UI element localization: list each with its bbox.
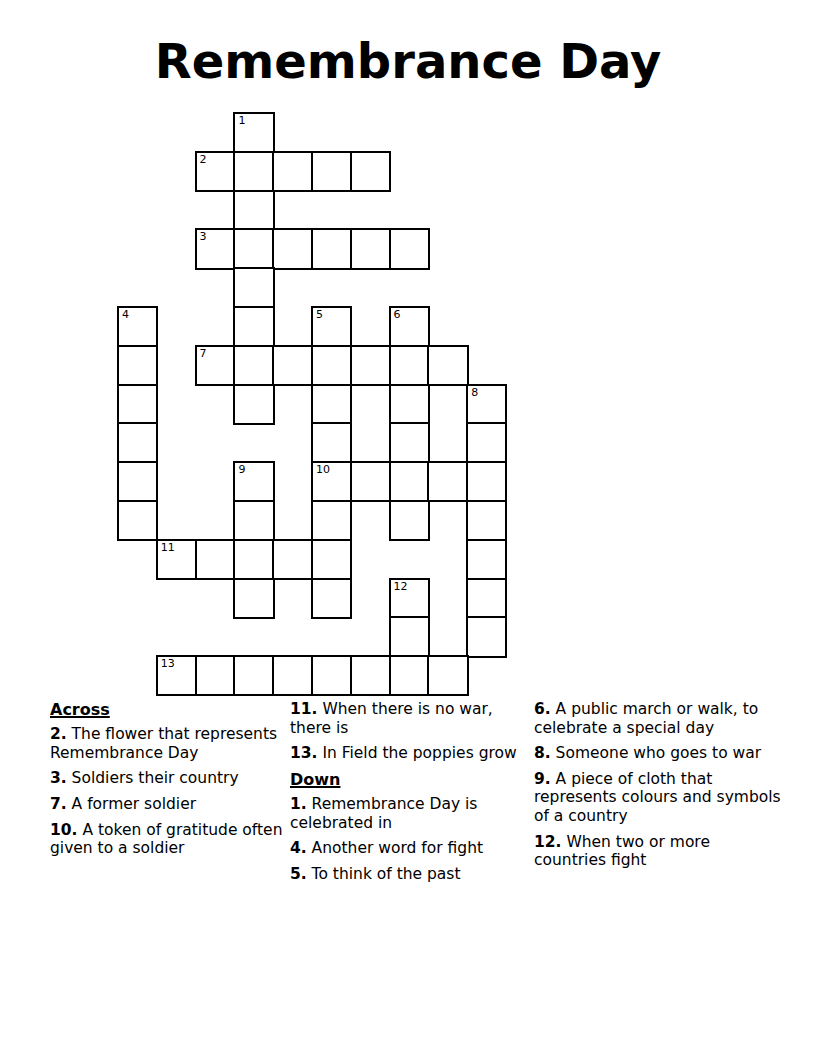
- clue-number-label: 7.: [50, 795, 67, 813]
- clue-2: 2. The flower that represents Remembranc…: [50, 725, 286, 762]
- clue-3: 3. Soldiers their country: [50, 769, 286, 788]
- clue-number-label: 12.: [534, 833, 561, 851]
- clue-column-1: Across2. The flower that represents Reme…: [50, 700, 286, 865]
- clue-column-2: 11. When there is no war, there is13. In…: [290, 700, 530, 890]
- clue-11: 11. When there is no war, there is: [290, 700, 530, 737]
- clue-8: 8. Someone who goes to war: [534, 744, 784, 763]
- clue-4: 4. Another word for fight: [290, 839, 530, 858]
- clues-header-across: Across: [50, 700, 286, 719]
- clue-number-label: 5.: [290, 865, 307, 883]
- clue-12: 12. When two or more countries fight: [534, 833, 784, 870]
- clues-header-down: Down: [290, 770, 530, 789]
- clue-number-label: 8.: [534, 744, 551, 762]
- clue-6: 6. A public march or walk, to celebrate …: [534, 700, 784, 737]
- clue-9: 9. A piece of cloth that represents colo…: [534, 770, 784, 826]
- clue-number-label: 6.: [534, 700, 551, 718]
- clue-5: 5. To think of the past: [290, 865, 530, 884]
- clue-10: 10. A token of gratitude often given to …: [50, 821, 286, 858]
- clues-section: Across2. The flower that represents Reme…: [0, 0, 816, 1056]
- clue-number-label: 10.: [50, 821, 77, 839]
- clue-13: 13. In Field the poppies grow: [290, 744, 530, 763]
- clue-number-label: 2.: [50, 725, 67, 743]
- clue-1: 1. Remembrance Day is celebrated in: [290, 795, 530, 832]
- clue-number-label: 11.: [290, 700, 317, 718]
- clue-number-label: 1.: [290, 795, 307, 813]
- clue-number-label: 3.: [50, 769, 67, 787]
- clue-column-3: 6. A public march or walk, to celebrate …: [534, 700, 784, 877]
- clue-number-label: 4.: [290, 839, 307, 857]
- clue-7: 7. A former soldier: [50, 795, 286, 814]
- crossword-page: Remembrance Day 12345678910111213 Across…: [0, 0, 816, 1056]
- clue-number-label: 13.: [290, 744, 317, 762]
- clue-number-label: 9.: [534, 770, 551, 788]
